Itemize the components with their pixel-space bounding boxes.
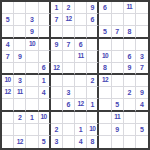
given-digit: 6 [42, 64, 46, 71]
cell-r7c2[interactable]: 3 [14, 75, 26, 87]
cell-r6c5[interactable]: 12 [51, 63, 63, 75]
given-digit: 6 [79, 41, 83, 48]
cell-r1c8[interactable]: 9 [87, 2, 99, 14]
cell-r10c2[interactable]: 2 [14, 112, 26, 124]
cell-r4c5[interactable]: 9 [51, 39, 63, 51]
given-digit: 3 [140, 53, 144, 60]
cell-r1c7[interactable] [75, 2, 87, 14]
given-digit: 8 [127, 28, 131, 35]
given-digit: 7 [67, 41, 71, 48]
given-digit: 9 [18, 53, 22, 60]
cell-r12c5[interactable]: 3 [51, 136, 63, 148]
cell-r1c11[interactable]: 11 [124, 2, 136, 14]
cell-r10c12[interactable] [136, 112, 148, 124]
cell-r6c6[interactable] [63, 63, 75, 75]
cell-r5c6[interactable] [63, 51, 75, 63]
cell-r4c2[interactable] [14, 39, 26, 51]
cell-r6c4[interactable]: 6 [39, 63, 51, 75]
cell-r8c8[interactable] [87, 87, 99, 99]
cell-r3c1[interactable] [2, 26, 14, 38]
cell-r9c8[interactable]: 1 [87, 99, 99, 111]
cell-r4c4[interactable] [39, 39, 51, 51]
cell-r7c3[interactable] [26, 75, 38, 87]
cell-r5c2[interactable]: 9 [14, 51, 26, 63]
given-digit: 1 [54, 4, 58, 11]
cell-r1c12[interactable] [136, 2, 148, 14]
cell-r10c8[interactable] [87, 112, 99, 124]
cell-r8c9[interactable] [99, 87, 111, 99]
given-digit: 8 [90, 138, 94, 145]
cell-r9c12[interactable]: 4 [136, 99, 148, 111]
cell-r7c10[interactable] [112, 75, 124, 87]
given-digit: 11 [126, 4, 132, 11]
given-digit: 12 [5, 89, 11, 96]
cell-r1c1[interactable] [2, 2, 14, 14]
given-digit: 12 [17, 139, 23, 146]
given-digit: 1 [30, 114, 34, 121]
given-digit: 3 [18, 77, 22, 84]
cell-r8c6[interactable]: 3 [63, 87, 75, 99]
cell-r4c1[interactable]: 4 [2, 39, 14, 51]
cell-r8c4[interactable]: 4 [39, 87, 51, 99]
cell-r6c10[interactable] [112, 63, 124, 75]
given-digit: 6 [90, 16, 94, 23]
cell-r9c1[interactable] [2, 99, 14, 111]
cell-r3c8[interactable] [87, 26, 99, 38]
cell-r9c7[interactable]: 12 [75, 99, 87, 111]
cell-r4c10[interactable] [112, 39, 124, 51]
cell-r8c3[interactable] [26, 87, 38, 99]
given-digit: 10 [89, 126, 95, 133]
given-digit: 4 [140, 101, 144, 108]
cell-r5c5[interactable] [51, 51, 63, 63]
given-digit: 7 [140, 64, 144, 71]
cell-r3c6[interactable] [63, 26, 75, 38]
cell-r10c11[interactable] [124, 112, 136, 124]
cell-r2c10[interactable] [112, 14, 124, 26]
cell-r11c4[interactable] [39, 124, 51, 136]
cell-r7c7[interactable] [75, 75, 87, 87]
cell-r3c9[interactable]: 5 [99, 26, 111, 38]
cell-r4c11[interactable] [124, 39, 136, 51]
sudoku-board: 1296115371269578410976791110636128971031… [0, 0, 150, 150]
cell-r1c2[interactable] [14, 2, 26, 14]
given-digit: 11 [17, 89, 23, 96]
cell-r12c2[interactable]: 12 [14, 136, 26, 148]
given-digit: 3 [54, 138, 58, 145]
cell-r10c4[interactable]: 10 [39, 112, 51, 124]
cell-r12c6[interactable] [63, 136, 75, 148]
given-digit: 1 [42, 77, 46, 84]
cell-r11c1[interactable] [2, 124, 14, 136]
cell-r1c9[interactable]: 6 [99, 2, 111, 14]
given-digit: 10 [29, 41, 35, 48]
given-digit: 2 [90, 77, 94, 84]
cell-r12c3[interactable] [26, 136, 38, 148]
cell-r7c9[interactable]: 12 [99, 75, 111, 87]
given-digit: 9 [140, 89, 144, 96]
given-digit: 9 [127, 64, 131, 71]
cell-r7c11[interactable] [124, 75, 136, 87]
cell-r11c9[interactable] [99, 124, 111, 136]
cell-r6c7[interactable] [75, 63, 87, 75]
cell-r5c7[interactable]: 11 [75, 51, 87, 63]
given-digit: 2 [127, 89, 131, 96]
cell-r1c10[interactable] [112, 2, 124, 14]
cell-r4c6[interactable]: 7 [63, 39, 75, 51]
cell-r8c12[interactable]: 9 [136, 87, 148, 99]
cell-r5c10[interactable] [112, 51, 124, 63]
cell-r9c2[interactable] [14, 99, 26, 111]
cell-r1c6[interactable]: 2 [63, 2, 75, 14]
given-digit: 10 [5, 77, 11, 84]
cell-r4c9[interactable] [99, 39, 111, 51]
given-digit: 11 [78, 53, 84, 60]
cell-r10c7[interactable] [75, 112, 87, 124]
cell-r9c4[interactable] [39, 99, 51, 111]
cell-r12c12[interactable] [136, 136, 148, 148]
cell-r7c4[interactable]: 1 [39, 75, 51, 87]
cell-r10c5[interactable] [51, 112, 63, 124]
cell-r11c11[interactable] [124, 124, 136, 136]
cell-r2c2[interactable] [14, 14, 26, 26]
cell-r2c5[interactable]: 7 [51, 14, 63, 26]
cell-r4c12[interactable] [136, 39, 148, 51]
cell-r3c2[interactable] [14, 26, 26, 38]
given-digit: 4 [42, 89, 46, 96]
given-digit: 1 [90, 101, 94, 108]
cell-r11c6[interactable] [63, 124, 75, 136]
given-digit: 7 [115, 28, 119, 35]
cell-r4c7[interactable]: 6 [75, 39, 87, 51]
given-digit: 4 [6, 41, 10, 48]
given-digit: 8 [103, 64, 107, 71]
given-digit: 10 [41, 114, 47, 121]
cell-r12c7[interactable]: 4 [75, 136, 87, 148]
cell-r2c6[interactable]: 12 [63, 14, 75, 26]
given-digit: 6 [127, 53, 131, 60]
given-digit: 9 [90, 4, 94, 11]
cell-r2c3[interactable]: 3 [26, 14, 38, 26]
cell-r9c3[interactable] [26, 99, 38, 111]
given-digit: 11 [114, 114, 120, 121]
given-digit: 3 [30, 16, 34, 23]
cell-r9c6[interactable]: 6 [63, 99, 75, 111]
cell-r1c5[interactable]: 1 [51, 2, 63, 14]
cell-r7c5[interactable] [51, 75, 63, 87]
cell-r5c11[interactable]: 6 [124, 51, 136, 63]
cell-r2c1[interactable]: 5 [2, 14, 14, 26]
cell-r10c6[interactable] [63, 112, 75, 124]
cell-r8c5[interactable] [51, 87, 63, 99]
cell-r6c9[interactable]: 8 [99, 63, 111, 75]
cell-r10c3[interactable]: 1 [26, 112, 38, 124]
given-digit: 2 [54, 126, 58, 133]
cell-r8c2[interactable]: 11 [14, 87, 26, 99]
cell-r2c7[interactable] [75, 14, 87, 26]
cell-r9c11[interactable] [124, 99, 136, 111]
cell-r2c8[interactable]: 6 [87, 14, 99, 26]
given-digit: 12 [102, 77, 108, 84]
cell-r4c3[interactable]: 10 [26, 39, 38, 51]
cell-r6c11[interactable]: 9 [124, 63, 136, 75]
cell-r2c11[interactable] [124, 14, 136, 26]
given-digit: 5 [115, 101, 119, 108]
given-digit: 5 [6, 16, 10, 23]
given-digit: 1 [79, 126, 83, 133]
cell-r6c2[interactable] [14, 63, 26, 75]
cell-r9c10[interactable]: 5 [112, 99, 124, 111]
cell-r2c12[interactable] [136, 14, 148, 26]
cell-r12c4[interactable]: 5 [39, 136, 51, 148]
cell-r5c1[interactable]: 7 [2, 51, 14, 63]
cell-r2c4[interactable] [39, 14, 51, 26]
cell-r11c8[interactable]: 10 [87, 124, 99, 136]
cell-r7c1[interactable]: 10 [2, 75, 14, 87]
cell-r5c9[interactable]: 10 [99, 51, 111, 63]
cell-r8c10[interactable] [112, 87, 124, 99]
cell-r11c3[interactable] [26, 124, 38, 136]
given-digit: 10 [102, 53, 108, 60]
cell-r5c8[interactable] [87, 51, 99, 63]
given-digit: 9 [115, 126, 119, 133]
cell-r10c1[interactable] [2, 112, 14, 124]
cell-r12c9[interactable] [99, 136, 111, 148]
cell-r1c3[interactable] [26, 2, 38, 14]
cell-r12c8[interactable]: 8 [87, 136, 99, 148]
given-digit: 7 [54, 16, 58, 23]
given-digit: 6 [67, 101, 71, 108]
given-digit: 9 [54, 41, 58, 48]
cell-r10c9[interactable] [99, 112, 111, 124]
cell-r9c9[interactable] [99, 99, 111, 111]
given-digit: 3 [67, 89, 71, 96]
cell-r3c11[interactable]: 8 [124, 26, 136, 38]
cell-r10c10[interactable]: 11 [112, 112, 124, 124]
given-digit: 2 [67, 4, 71, 11]
given-digit: 5 [103, 28, 107, 35]
given-digit: 12 [53, 65, 59, 72]
cell-r11c5[interactable]: 2 [51, 124, 63, 136]
cell-r5c3[interactable] [26, 51, 38, 63]
cell-r5c12[interactable]: 3 [136, 51, 148, 63]
cell-r8c11[interactable]: 2 [124, 87, 136, 99]
cell-r6c1[interactable] [2, 63, 14, 75]
cell-r11c7[interactable]: 1 [75, 124, 87, 136]
given-digit: 5 [42, 138, 46, 145]
cell-r9c5[interactable] [51, 99, 63, 111]
cell-r11c2[interactable] [14, 124, 26, 136]
cell-r3c5[interactable] [51, 26, 63, 38]
given-digit: 12 [65, 16, 71, 23]
cell-r3c10[interactable]: 7 [112, 26, 124, 38]
cell-r3c3[interactable]: 9 [26, 26, 38, 38]
cell-r6c3[interactable] [26, 63, 38, 75]
cell-r12c11[interactable] [124, 136, 136, 148]
given-digit: 6 [103, 4, 107, 11]
cell-r12c1[interactable] [2, 136, 14, 148]
cell-r7c12[interactable] [136, 75, 148, 87]
cell-r6c8[interactable] [87, 63, 99, 75]
cell-r7c8[interactable]: 2 [87, 75, 99, 87]
cell-r3c7[interactable] [75, 26, 87, 38]
cell-r11c10[interactable]: 9 [112, 124, 124, 136]
cell-r7c6[interactable] [63, 75, 75, 87]
given-digit: 5 [140, 126, 144, 133]
cell-r3c12[interactable] [136, 26, 148, 38]
cell-r8c7[interactable] [75, 87, 87, 99]
given-digit: 4 [79, 138, 83, 145]
cell-r12c10[interactable] [112, 136, 124, 148]
cell-r4c8[interactable] [87, 39, 99, 51]
cell-r11c12[interactable]: 5 [136, 124, 148, 136]
given-digit: 12 [78, 101, 84, 108]
cell-r2c9[interactable] [99, 14, 111, 26]
cell-r3c4[interactable] [39, 26, 51, 38]
given-digit: 9 [30, 28, 34, 35]
given-digit: 7 [6, 53, 10, 60]
cell-r8c1[interactable]: 12 [2, 87, 14, 99]
given-digit: 2 [18, 114, 22, 121]
cell-r5c4[interactable] [39, 51, 51, 63]
cell-r6c12[interactable]: 7 [136, 63, 148, 75]
cell-r1c4[interactable] [39, 2, 51, 14]
